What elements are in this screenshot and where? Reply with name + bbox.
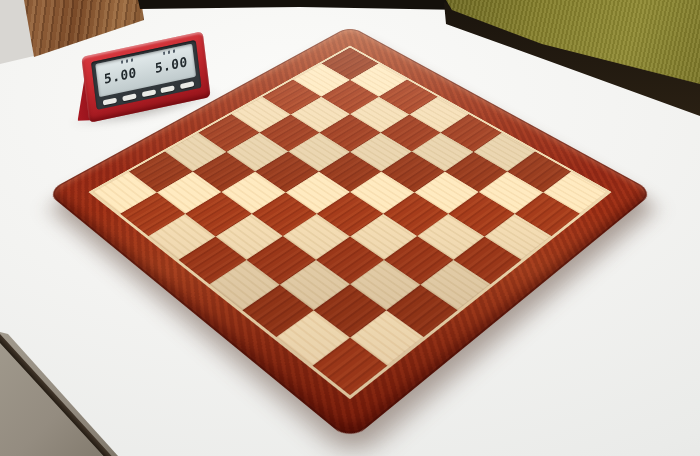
lcd-tick-marks-icon xyxy=(163,49,177,55)
clock-button xyxy=(180,81,194,89)
clock-bezel: 5.00 5.00 xyxy=(91,40,202,110)
clock-right-time: 5.00 xyxy=(154,54,187,76)
clock-button xyxy=(103,98,117,106)
lcd-tick-marks-icon xyxy=(121,58,135,64)
clock-left-time: 5.00 xyxy=(104,65,137,87)
clock-button xyxy=(141,89,155,97)
clock-button xyxy=(161,85,175,93)
clock-button xyxy=(122,93,136,101)
